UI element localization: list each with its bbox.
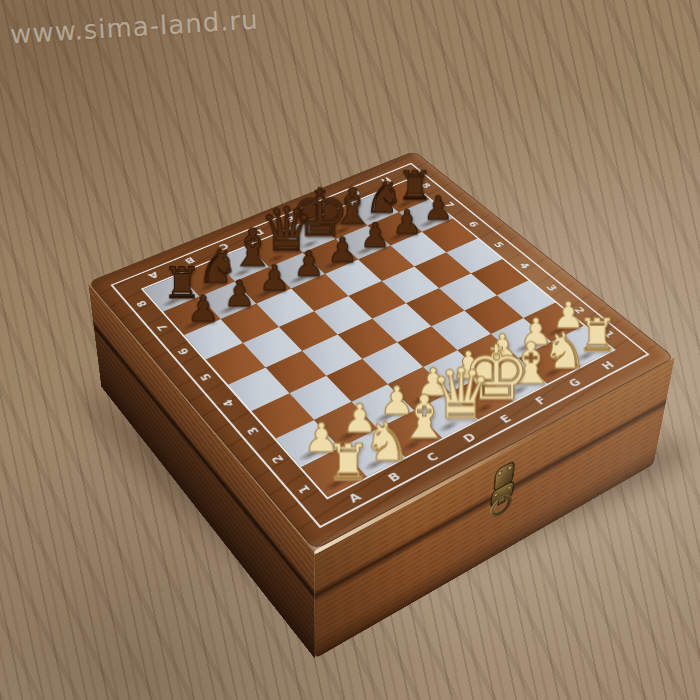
chess-box: ABCDEFGH ABCDEFGH 87654321 87654321 ♜♞♝♛… [88,151,675,550]
clasp-icon [480,453,526,529]
scene: ABCDEFGH ABCDEFGH 87654321 87654321 ♜♞♝♛… [0,0,700,700]
piece-black-pawn-a7: ♟ [143,291,264,327]
table-surface: www.sima-land.ru ABCDEFGH ABCDEFGH 87654… [0,0,700,700]
clasp-latch [480,453,526,529]
piece-white-rook-a1: ♜ [280,437,417,487]
